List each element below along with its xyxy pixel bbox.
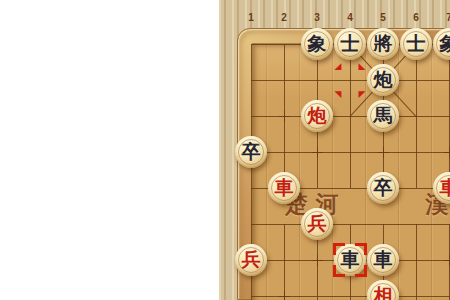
piece-glyph: 馬 (367, 100, 399, 132)
star-point (378, 147, 389, 158)
piece-black-advisor[interactable]: 士 (334, 28, 366, 60)
selection-corner-icon (333, 243, 345, 255)
piece-glyph: 士 (400, 28, 432, 60)
piece-glyph: 卒 (367, 172, 399, 204)
column-label-5: 5 (376, 12, 390, 24)
piece-glyph: 車 (268, 172, 300, 204)
grid-line-file-6 (416, 224, 417, 300)
piece-red-elephant[interactable]: 相 (367, 280, 399, 300)
piece-black-horse[interactable]: 馬 (367, 100, 399, 132)
move-from-arrow-icon: ◣ (357, 61, 367, 71)
grid-line-file-2 (284, 224, 285, 300)
column-label-4: 4 (343, 12, 357, 24)
piece-black-elephant[interactable]: 象 (433, 28, 450, 60)
piece-black-chariot[interactable]: 車 (367, 244, 399, 276)
star-point (312, 147, 323, 158)
piece-red-soldier[interactable]: 兵 (235, 244, 267, 276)
piece-red-chariot[interactable]: 車 (433, 172, 450, 204)
column-label-3: 3 (310, 12, 324, 24)
star-point (312, 255, 323, 266)
piece-glyph: 象 (433, 28, 450, 60)
star-point (444, 255, 450, 266)
move-from-arrow-icon: ◤ (357, 89, 367, 99)
column-label-2: 2 (277, 12, 291, 24)
piece-glyph: 兵 (235, 244, 267, 276)
move-from-arrow-icon: ◥ (333, 89, 343, 99)
piece-black-elephant[interactable]: 象 (301, 28, 333, 60)
piece-glyph: 炮 (367, 64, 399, 96)
selection-corner-icon (333, 265, 345, 277)
column-label-7: 7 (442, 12, 450, 24)
piece-black-soldier[interactable]: 卒 (235, 136, 267, 168)
piece-black-general[interactable]: 將 (367, 28, 399, 60)
xiangqi-game-screenshot: 1234567楚河漢界◢◣◥◤象士將士象炮馬卒卒炮車車兵兵車車相 (0, 0, 450, 300)
piece-glyph: 士 (334, 28, 366, 60)
star-point (279, 291, 290, 300)
move-to-selection-brackets (333, 243, 367, 277)
piece-black-cannon[interactable]: 炮 (367, 64, 399, 96)
piece-red-soldier[interactable]: 兵 (301, 208, 333, 240)
star-point (444, 147, 450, 158)
piece-red-cannon[interactable]: 炮 (301, 100, 333, 132)
piece-glyph: 卒 (235, 136, 267, 168)
board-layer: 1234567楚河漢界◢◣◥◤象士將士象炮馬卒卒炮車車兵兵車車相 (0, 0, 450, 300)
piece-black-advisor[interactable]: 士 (400, 28, 432, 60)
piece-black-soldier[interactable]: 卒 (367, 172, 399, 204)
selection-corner-icon (355, 243, 367, 255)
piece-glyph: 象 (301, 28, 333, 60)
selection-corner-icon (355, 265, 367, 277)
move-from-arrow-icon: ◢ (333, 61, 343, 71)
piece-glyph: 車 (433, 172, 450, 204)
piece-red-chariot[interactable]: 車 (268, 172, 300, 204)
column-label-1: 1 (244, 12, 258, 24)
piece-glyph: 將 (367, 28, 399, 60)
star-point (279, 111, 290, 122)
piece-glyph: 相 (367, 280, 399, 300)
piece-glyph: 炮 (301, 100, 333, 132)
piece-glyph: 車 (367, 244, 399, 276)
column-label-6: 6 (409, 12, 423, 24)
piece-glyph: 兵 (301, 208, 333, 240)
